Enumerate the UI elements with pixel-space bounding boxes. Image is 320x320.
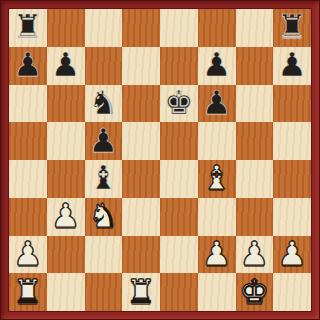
square-f8 xyxy=(198,9,236,47)
black-pawn: ♟ xyxy=(51,48,81,81)
black-pawn: ♟ xyxy=(277,48,307,81)
square-h8: ♜ xyxy=(273,9,311,47)
square-f7: ♟ xyxy=(198,47,236,85)
square-h4 xyxy=(273,160,311,198)
square-h7: ♟ xyxy=(273,47,311,85)
square-h6 xyxy=(273,85,311,123)
square-a3 xyxy=(9,198,47,236)
square-e6: ♚ xyxy=(160,85,198,123)
white-rook: ♜ xyxy=(126,275,156,308)
black-rook: ♜ xyxy=(13,10,43,43)
square-b6 xyxy=(47,85,85,123)
white-pawn: ♟ xyxy=(51,199,81,232)
white-pawn: ♟ xyxy=(240,237,270,270)
square-e4 xyxy=(160,160,198,198)
black-pawn: ♟ xyxy=(202,48,232,81)
square-d6 xyxy=(122,85,160,123)
square-d3 xyxy=(122,198,160,236)
square-e2 xyxy=(160,236,198,274)
black-pawn: ♟ xyxy=(89,124,119,157)
square-a7: ♟ xyxy=(9,47,47,85)
black-rook: ♜ xyxy=(277,10,307,43)
square-g4 xyxy=(236,160,274,198)
square-c1 xyxy=(85,273,123,311)
square-h5 xyxy=(273,122,311,160)
square-e3 xyxy=(160,198,198,236)
square-a4 xyxy=(9,160,47,198)
square-g1: ♚ xyxy=(236,273,274,311)
square-f6: ♟ xyxy=(198,85,236,123)
black-knight: ♞ xyxy=(89,86,119,119)
square-c2 xyxy=(85,236,123,274)
square-g7 xyxy=(236,47,274,85)
square-d4 xyxy=(122,160,160,198)
square-b7: ♟ xyxy=(47,47,85,85)
white-king: ♚ xyxy=(240,275,270,308)
square-b5 xyxy=(47,122,85,160)
black-pawn: ♟ xyxy=(202,86,232,119)
square-f4: ♝ xyxy=(198,160,236,198)
square-c4: ♝ xyxy=(85,160,123,198)
white-pawn: ♟ xyxy=(277,237,307,270)
square-g8 xyxy=(236,9,274,47)
chess-board-frame: ♜♜♟♟♟♟♞♚♟♟♝♝♟♞♟♟♟♟♜♜♚ xyxy=(0,0,320,320)
square-b1 xyxy=(47,273,85,311)
square-c5: ♟ xyxy=(85,122,123,160)
black-bishop: ♝ xyxy=(89,161,119,194)
square-e8 xyxy=(160,9,198,47)
square-a1: ♜ xyxy=(9,273,47,311)
square-d8 xyxy=(122,9,160,47)
square-h1 xyxy=(273,273,311,311)
square-b2 xyxy=(47,236,85,274)
square-c7 xyxy=(85,47,123,85)
square-f5 xyxy=(198,122,236,160)
square-f3 xyxy=(198,198,236,236)
white-rook: ♜ xyxy=(13,275,43,308)
square-a2: ♟ xyxy=(9,236,47,274)
square-a5 xyxy=(9,122,47,160)
square-e1 xyxy=(160,273,198,311)
square-a8: ♜ xyxy=(9,9,47,47)
square-c8 xyxy=(85,9,123,47)
square-g2: ♟ xyxy=(236,236,274,274)
square-b8 xyxy=(47,9,85,47)
square-b4 xyxy=(47,160,85,198)
square-c3: ♞ xyxy=(85,198,123,236)
white-knight: ♞ xyxy=(89,199,119,232)
square-d2 xyxy=(122,236,160,274)
square-e5 xyxy=(160,122,198,160)
square-d1: ♜ xyxy=(122,273,160,311)
square-h2: ♟ xyxy=(273,236,311,274)
square-c6: ♞ xyxy=(85,85,123,123)
black-pawn: ♟ xyxy=(13,48,43,81)
white-pawn: ♟ xyxy=(202,237,232,270)
square-d7 xyxy=(122,47,160,85)
white-pawn: ♟ xyxy=(13,237,43,270)
white-bishop: ♝ xyxy=(202,161,232,194)
square-h3 xyxy=(273,198,311,236)
square-g6 xyxy=(236,85,274,123)
black-king: ♚ xyxy=(164,86,194,119)
square-g5 xyxy=(236,122,274,160)
square-e7 xyxy=(160,47,198,85)
square-g3 xyxy=(236,198,274,236)
square-f2: ♟ xyxy=(198,236,236,274)
square-a6 xyxy=(9,85,47,123)
chess-board: ♜♜♟♟♟♟♞♚♟♟♝♝♟♞♟♟♟♟♜♜♚ xyxy=(9,9,311,311)
square-b3: ♟ xyxy=(47,198,85,236)
square-d5 xyxy=(122,122,160,160)
square-f1 xyxy=(198,273,236,311)
